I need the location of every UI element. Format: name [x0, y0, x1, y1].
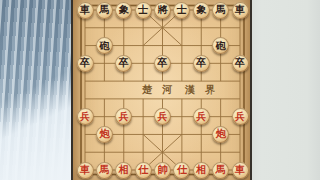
piece-red-elephant-right[interactable]: 相 — [193, 162, 210, 179]
piece-red-soldier-5[interactable]: 兵 — [232, 108, 249, 125]
piece-red-chariot-left[interactable]: 車 — [77, 162, 94, 179]
mountain-background — [0, 0, 71, 180]
piece-black-advisor-right[interactable]: 士 — [173, 2, 190, 19]
piece-black-elephant-right[interactable]: 象 — [193, 2, 210, 19]
piece-black-chariot-right[interactable]: 車 — [232, 2, 249, 19]
piece-black-elephant-left[interactable]: 象 — [115, 2, 132, 19]
piece-black-soldier-1[interactable]: 卒 — [77, 55, 94, 72]
piece-black-advisor-left[interactable]: 士 — [135, 2, 152, 19]
piece-black-general[interactable]: 將 — [154, 2, 171, 19]
side-panel — [248, 0, 320, 180]
piece-red-soldier-4[interactable]: 兵 — [193, 108, 210, 125]
piece-black-soldier-3[interactable]: 卒 — [154, 55, 171, 72]
piece-black-horse-right[interactable]: 馬 — [212, 2, 229, 19]
app-window: 楚河 漢界 車馬象士將士象馬車砲砲卒卒卒卒卒兵兵兵兵兵炮炮車馬相仕帥仕相馬車 — [0, 0, 320, 180]
piece-black-horse-left[interactable]: 馬 — [96, 2, 113, 19]
piece-red-cannon-left[interactable]: 炮 — [96, 126, 113, 143]
piece-black-soldier-5[interactable]: 卒 — [232, 55, 249, 72]
piece-red-cannon-right[interactable]: 炮 — [212, 126, 229, 143]
piece-black-soldier-4[interactable]: 卒 — [193, 55, 210, 72]
xiangqi-board[interactable]: 楚河 漢界 車馬象士將士象馬車砲砲卒卒卒卒卒兵兵兵兵兵炮炮車馬相仕帥仕相馬車 — [71, 0, 252, 180]
piece-red-general[interactable]: 帥 — [154, 162, 171, 179]
piece-red-advisor-right[interactable]: 仕 — [173, 162, 190, 179]
piece-red-horse-left[interactable]: 馬 — [96, 162, 113, 179]
piece-red-soldier-1[interactable]: 兵 — [77, 108, 94, 125]
piece-red-horse-right[interactable]: 馬 — [212, 162, 229, 179]
piece-black-chariot-left[interactable]: 車 — [77, 2, 94, 19]
river-label-right: 漢界 — [185, 83, 225, 97]
river-label-left: 楚河 — [142, 83, 182, 97]
piece-black-cannon-left[interactable]: 砲 — [96, 37, 113, 54]
piece-red-chariot-right[interactable]: 車 — [232, 162, 249, 179]
piece-red-advisor-left[interactable]: 仕 — [135, 162, 152, 179]
piece-black-soldier-2[interactable]: 卒 — [115, 55, 132, 72]
piece-red-elephant-left[interactable]: 相 — [115, 162, 132, 179]
